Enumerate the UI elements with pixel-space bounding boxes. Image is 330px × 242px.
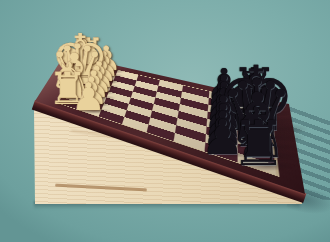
chess-wedge-photo: ♜♟♟♜♞♟♟♞♝♟♟♝♚♟♟♚♛♟♟♛♝♟♟♝♞♟♟♞♜♟♟♜ <box>0 0 330 242</box>
wood-grain-streak <box>55 184 147 192</box>
